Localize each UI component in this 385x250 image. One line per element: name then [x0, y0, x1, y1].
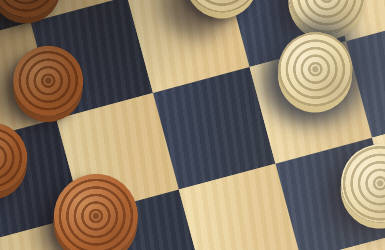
checkers-photo-stage — [0, 0, 385, 250]
checkers-board — [0, 0, 385, 250]
